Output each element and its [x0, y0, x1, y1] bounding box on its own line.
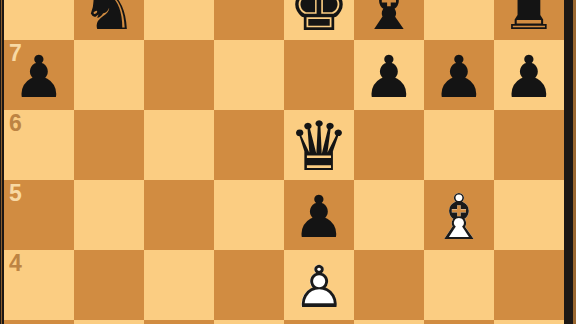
square-f8[interactable]: ♝ — [354, 0, 424, 40]
video-frame: ♞♚♝♜7♟♟♟♟6♛5♟♝♗4♟♙ — [0, 0, 576, 324]
black-king-icon: ♚ — [284, 0, 354, 41]
square-c6[interactable] — [144, 110, 214, 180]
square-h8[interactable]: ♜ — [494, 0, 564, 40]
piece-black-pawn[interactable]: ♟ — [284, 188, 354, 246]
square-d4[interactable] — [214, 250, 284, 320]
black-pawn-icon: ♟ — [4, 48, 74, 106]
piece-black-queen[interactable]: ♛ — [284, 113, 354, 181]
white-bishop-outline-icon: ♗ — [424, 186, 494, 249]
square-f7[interactable]: ♟ — [354, 40, 424, 110]
square-f5[interactable] — [354, 180, 424, 250]
square-g3[interactable] — [424, 320, 494, 324]
square-b6[interactable] — [74, 110, 144, 180]
black-pawn-icon: ♟ — [284, 188, 354, 246]
piece-white-bishop[interactable]: ♝♗ — [424, 186, 494, 249]
square-f3[interactable] — [354, 320, 424, 324]
square-a5[interactable]: 5 — [4, 180, 74, 250]
square-g4[interactable] — [424, 250, 494, 320]
black-pawn-icon: ♟ — [494, 48, 564, 106]
square-h5[interactable] — [494, 180, 564, 250]
square-h7[interactable]: ♟ — [494, 40, 564, 110]
square-g6[interactable] — [424, 110, 494, 180]
square-b8[interactable]: ♞ — [74, 0, 144, 40]
square-g8[interactable] — [424, 0, 494, 40]
rank-label-4: 4 — [9, 252, 22, 275]
square-h4[interactable] — [494, 250, 564, 320]
square-c4[interactable] — [144, 250, 214, 320]
square-c3[interactable] — [144, 320, 214, 324]
square-b7[interactable] — [74, 40, 144, 110]
square-d6[interactable] — [214, 110, 284, 180]
square-b3[interactable] — [74, 320, 144, 324]
square-e6[interactable]: ♛ — [284, 110, 354, 180]
square-a6[interactable]: 6 — [4, 110, 74, 180]
piece-black-rook[interactable]: ♜ — [494, 0, 564, 39]
square-e4[interactable]: ♟♙ — [284, 250, 354, 320]
square-e7[interactable] — [284, 40, 354, 110]
piece-black-pawn[interactable]: ♟ — [4, 48, 74, 106]
black-queen-icon: ♛ — [284, 113, 354, 181]
black-bishop-icon: ♝ — [354, 0, 424, 39]
piece-black-knight[interactable]: ♞ — [74, 0, 144, 39]
square-g5[interactable]: ♝♗ — [424, 180, 494, 250]
square-h6[interactable] — [494, 110, 564, 180]
black-pawn-icon: ♟ — [354, 48, 424, 106]
rank-label-6: 6 — [9, 112, 22, 135]
square-h3[interactable] — [494, 320, 564, 324]
white-pawn-outline-icon: ♙ — [284, 258, 354, 316]
square-b5[interactable] — [74, 180, 144, 250]
square-e8[interactable]: ♚ — [284, 0, 354, 40]
piece-black-king[interactable]: ♚ — [284, 0, 354, 41]
black-knight-icon: ♞ — [74, 0, 144, 39]
square-e5[interactable]: ♟ — [284, 180, 354, 250]
piece-black-pawn[interactable]: ♟ — [494, 48, 564, 106]
square-f6[interactable] — [354, 110, 424, 180]
square-a8[interactable] — [4, 0, 74, 40]
square-a7[interactable]: 7♟ — [4, 40, 74, 110]
square-d7[interactable] — [214, 40, 284, 110]
piece-black-bishop[interactable]: ♝ — [354, 0, 424, 39]
square-e3[interactable] — [284, 320, 354, 324]
square-g7[interactable]: ♟ — [424, 40, 494, 110]
square-d5[interactable] — [214, 180, 284, 250]
piece-black-pawn[interactable]: ♟ — [424, 48, 494, 106]
frame-edge-line-left — [1, 0, 2, 324]
square-f4[interactable] — [354, 250, 424, 320]
square-c8[interactable] — [144, 0, 214, 40]
square-a3[interactable] — [4, 320, 74, 324]
piece-white-pawn[interactable]: ♟♙ — [284, 258, 354, 316]
black-pawn-icon: ♟ — [424, 48, 494, 106]
square-d3[interactable] — [214, 320, 284, 324]
square-b4[interactable] — [74, 250, 144, 320]
square-d8[interactable] — [214, 0, 284, 40]
black-rook-icon: ♜ — [494, 0, 564, 39]
square-c7[interactable] — [144, 40, 214, 110]
square-a4[interactable]: 4 — [4, 250, 74, 320]
piece-black-pawn[interactable]: ♟ — [354, 48, 424, 106]
rank-label-5: 5 — [9, 182, 22, 205]
square-c5[interactable] — [144, 180, 214, 250]
chess-board[interactable]: ♞♚♝♜7♟♟♟♟6♛5♟♝♗4♟♙ — [4, 0, 564, 324]
